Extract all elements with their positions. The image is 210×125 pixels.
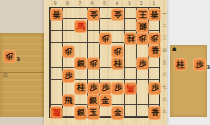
board-cell-5九[interactable] (99, 107, 111, 119)
board-cell-6三[interactable] (87, 33, 99, 45)
rank-label: 六 (162, 69, 168, 81)
board-cell-4二[interactable] (112, 20, 124, 32)
board-cell-9七[interactable] (50, 82, 62, 94)
piece-歩[interactable]: 歩 (194, 59, 205, 70)
file-label-1: 1 (148, 0, 160, 6)
piece-歩-6-7[interactable]: 歩 (88, 83, 99, 94)
board-cell-9三[interactable] (50, 33, 62, 45)
rank-coordinates: 一二三四五六七八九 (162, 7, 168, 118)
piece-歩-2-3[interactable]: 歩 (137, 33, 148, 44)
hand-count: 3 (207, 64, 210, 70)
board-cell-9五[interactable] (50, 57, 62, 69)
piece-馬-3-7[interactable]: 馬 (125, 83, 136, 94)
piece-歩-6-5[interactable]: 歩 (88, 58, 99, 69)
file-label-5: 5 (98, 0, 110, 6)
board-cell-1五[interactable] (149, 57, 161, 69)
sente-komadai: ☗ 桂歩3 (170, 45, 207, 117)
board-cell-2九[interactable] (136, 107, 148, 119)
piece-歩-5-3[interactable]: 歩 (100, 33, 111, 44)
board-cell-5五[interactable] (99, 57, 111, 69)
piece-歩[interactable]: 歩 (4, 51, 15, 62)
piece-飛-8-8[interactable]: 飛 (63, 95, 74, 106)
piece-歩-8-4[interactable]: 歩 (63, 46, 74, 57)
board-cell-6二[interactable] (87, 20, 99, 32)
shogi-app: 歩3 ☖ 987654321 一二三四五六七八九 香金金王香馬銀歩桂歩歩歩歩香銀… (0, 0, 210, 125)
rank-label: 九 (162, 106, 168, 118)
board-cell-8三[interactable] (62, 33, 74, 45)
piece-王-2-1[interactable]: 王 (137, 9, 148, 20)
piece-玉-6-9[interactable]: 玉 (88, 107, 99, 118)
piece-歩-4-7[interactable]: 歩 (112, 83, 123, 94)
file-coordinates: 987654321 (49, 0, 160, 6)
board-cell-3二[interactable] (124, 20, 136, 32)
piece-歩-2-5[interactable]: 歩 (137, 58, 148, 69)
piece-桂[interactable]: 桂 (175, 59, 186, 70)
piece-歩-1-7[interactable]: 歩 (149, 83, 160, 94)
piece-銀-6-8[interactable]: 銀 (88, 95, 99, 106)
board-cell-4三[interactable] (112, 33, 124, 45)
file-label-6: 6 (86, 0, 98, 6)
piece-金-6-1[interactable]: 金 (88, 9, 99, 20)
gote-komadai: 歩3 ☖ (0, 33, 44, 117)
board-cell-2四[interactable] (136, 45, 148, 57)
rank-label: 五 (162, 56, 168, 68)
piece-香-1-4[interactable]: 香 (149, 46, 160, 57)
board-cell-7八[interactable] (75, 94, 87, 106)
piece-馬-7-2[interactable]: 馬 (75, 21, 86, 32)
piece-金-5-8[interactable]: 金 (100, 95, 111, 106)
board-cell-1八[interactable] (149, 94, 161, 106)
piece-歩-8-6[interactable]: 歩 (63, 70, 74, 81)
piece-歩-4-4[interactable]: 歩 (112, 46, 123, 57)
board-cell-8七[interactable] (62, 82, 74, 94)
piece-歩-5-7[interactable]: 歩 (100, 83, 111, 94)
board-cell-3九[interactable] (124, 107, 136, 119)
piece-桂-7-7[interactable]: 桂 (75, 83, 86, 94)
board-cell-3六[interactable] (124, 70, 136, 82)
gote-marker-icon: ☖ (3, 73, 7, 78)
board-cell-5六[interactable] (99, 70, 111, 82)
piece-桂-3-3[interactable]: 桂 (125, 33, 136, 44)
piece-金-4-1[interactable]: 金 (112, 9, 123, 20)
shogi-board-grid: 香金金王香馬銀歩桂歩歩歩歩香銀歩桂歩歩桂歩歩歩馬歩飛銀金龍銀玉金香 (49, 7, 160, 118)
piece-銀-7-9[interactable]: 銀 (75, 107, 86, 118)
file-label-8: 8 (61, 0, 73, 6)
board-cell-9二[interactable] (50, 20, 62, 32)
file-label-3: 3 (123, 0, 135, 6)
piece-銀-7-5[interactable]: 銀 (75, 58, 86, 69)
board-cell-5二[interactable] (99, 20, 111, 32)
board-cell-9四[interactable] (50, 45, 62, 57)
board-cell-8二[interactable] (62, 20, 74, 32)
board-cell-1二[interactable] (149, 20, 161, 32)
rank-label: 二 (162, 19, 168, 31)
board-cell-7一[interactable] (75, 8, 87, 20)
rank-label: 一 (162, 7, 168, 19)
piece-龍-9-9[interactable]: 龍 (51, 107, 62, 118)
board-cell-5四[interactable] (99, 45, 111, 57)
sente-marker-icon: ☗ (172, 47, 176, 52)
board-cell-6六[interactable] (87, 70, 99, 82)
file-label-7: 7 (74, 0, 86, 6)
piece-香-1-1[interactable]: 香 (149, 9, 160, 20)
board-cell-3四[interactable] (124, 45, 136, 57)
board-cell-3五[interactable] (124, 57, 136, 69)
piece-香-1-9[interactable]: 香 (149, 107, 160, 118)
board-cell-7六[interactable] (75, 70, 87, 82)
piece-歩-1-3[interactable]: 歩 (149, 33, 160, 44)
piece-銀-2-2[interactable]: 銀 (137, 21, 148, 32)
board-cell-3一[interactable] (124, 8, 136, 20)
file-label-2: 2 (135, 0, 147, 6)
board-cell-3八[interactable] (124, 94, 136, 106)
rank-label: 四 (162, 44, 168, 56)
file-label-4: 4 (111, 0, 123, 6)
board-cell-5一[interactable] (99, 8, 111, 20)
rank-label: 八 (162, 93, 168, 105)
board-panel: 987654321 一二三四五六七八九 香金金王香馬銀歩桂歩歩歩歩香銀歩桂歩歩桂… (44, 0, 167, 125)
board-cell-6四[interactable] (87, 45, 99, 57)
board-cell-1六[interactable] (149, 70, 161, 82)
board-cell-8九[interactable] (62, 107, 74, 119)
rank-label: 七 (162, 81, 168, 93)
piece-桂-4-5[interactable]: 桂 (112, 58, 123, 69)
board-cell-2六[interactable] (136, 70, 148, 82)
board-cell-2七[interactable] (136, 82, 148, 94)
board-cell-4八[interactable] (112, 94, 124, 106)
piece-金-4-9[interactable]: 金 (112, 107, 123, 118)
board-cell-9八[interactable] (50, 94, 62, 106)
board-cell-7三[interactable] (75, 33, 87, 45)
board-cell-7四[interactable] (75, 45, 87, 57)
board-cell-8一[interactable] (62, 8, 74, 20)
rank-label: 三 (162, 32, 168, 44)
board-cell-4六[interactable] (112, 70, 124, 82)
piece-香-9-1[interactable]: 香 (51, 9, 62, 20)
board-cell-9六[interactable] (50, 70, 62, 82)
board-cell-2八[interactable] (136, 94, 148, 106)
file-label-9: 9 (49, 0, 61, 6)
board-cell-8五[interactable] (62, 57, 74, 69)
hand-count: 3 (17, 56, 20, 62)
